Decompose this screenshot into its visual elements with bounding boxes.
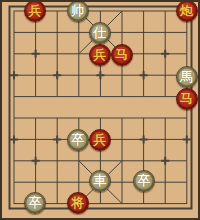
olive-pawn-piece[interactable]: 卒 [24, 192, 46, 214]
board-point-2-0 [46, 0, 67, 22]
board-point-3-1 [67, 22, 89, 44]
red-horse-piece[interactable]: 马 [111, 44, 133, 66]
board-point-3-0: 帅 [67, 0, 89, 22]
board-point-7-3 [155, 66, 176, 88]
board-point-7-2 [155, 44, 176, 66]
board-point-7-4 [155, 88, 176, 110]
board-point-6-0 [133, 0, 155, 22]
board-point-3-5 [67, 110, 89, 129]
red-horse-piece[interactable]: 马 [176, 88, 198, 110]
board-point-1-5 [24, 110, 46, 129]
board-point-8-6 [176, 129, 198, 151]
board-point-2-5 [46, 110, 67, 129]
board-point-8-8 [176, 170, 198, 192]
board-point-6-8: 卒 [133, 170, 155, 192]
board-point-1-4 [24, 88, 46, 110]
board-point-3-3 [67, 66, 89, 88]
board-point-6-1 [133, 22, 155, 44]
board-point-7-9 [155, 192, 176, 214]
board-point-1-6 [24, 129, 46, 151]
board-point-6-6 [133, 129, 155, 151]
board-point-1-8 [24, 170, 46, 192]
board-point-5-1 [111, 22, 133, 44]
board-point-3-8 [67, 170, 89, 192]
board-point-4-0 [89, 0, 111, 22]
olive-advisor-piece[interactable]: 仕 [89, 22, 111, 44]
board-grid: 兵帅炮仕兵马馬马卒兵車卒卒将 [3, 0, 197, 214]
board-point-8-0: 炮 [176, 0, 198, 22]
board-point-4-3 [89, 66, 111, 88]
board-point-5-3 [111, 66, 133, 88]
board-point-0-1 [3, 22, 24, 44]
board-point-6-3 [133, 66, 155, 88]
board-point-5-5 [111, 110, 133, 129]
board-point-0-0 [3, 0, 24, 22]
board-point-1-9: 卒 [24, 192, 46, 214]
red-general-piece[interactable]: 将 [67, 192, 89, 214]
olive-chariot-piece[interactable]: 車 [89, 170, 111, 192]
board-point-1-0: 兵 [24, 0, 46, 22]
board-point-5-4 [111, 88, 133, 110]
board-point-5-7 [111, 151, 133, 170]
board-point-5-6 [111, 129, 133, 151]
board-point-2-2 [46, 44, 67, 66]
board-point-4-9 [89, 192, 111, 214]
board-point-2-7 [46, 151, 67, 170]
board-point-1-2 [24, 44, 46, 66]
red-cannon-piece[interactable]: 炮 [176, 0, 198, 22]
board-point-2-8 [46, 170, 67, 192]
board-point-7-5 [155, 110, 176, 129]
board-point-0-2 [3, 44, 24, 66]
board-point-5-2: 马 [111, 44, 133, 66]
olive-horse-piece[interactable]: 馬 [176, 66, 198, 88]
board-point-1-1 [24, 22, 46, 44]
board-point-3-7 [67, 151, 89, 170]
board-point-5-0 [111, 0, 133, 22]
olive-pawn-piece[interactable]: 卒 [133, 170, 155, 192]
board-point-7-6 [155, 129, 176, 151]
board-point-2-4 [46, 88, 67, 110]
red-pawn-piece[interactable]: 兵 [24, 0, 46, 22]
board-point-6-2 [133, 44, 155, 66]
board-point-0-3 [3, 66, 24, 88]
board-point-0-7 [3, 151, 24, 170]
board-point-5-8 [111, 170, 133, 192]
board-point-0-8 [3, 170, 24, 192]
board-point-8-2 [176, 44, 198, 66]
board-point-3-2 [67, 44, 89, 66]
olive-pawn-piece[interactable]: 卒 [67, 129, 89, 151]
board-point-0-9 [3, 192, 24, 214]
board-point-2-3 [46, 66, 67, 88]
board-point-2-9 [46, 192, 67, 214]
board-point-7-7 [155, 151, 176, 170]
board-point-0-5 [3, 110, 24, 129]
board-point-3-9: 将 [67, 192, 89, 214]
board-point-8-9 [176, 192, 198, 214]
board-point-1-7 [24, 151, 46, 170]
board-point-4-8: 車 [89, 170, 111, 192]
board-point-8-7 [176, 151, 198, 170]
board-point-8-5 [176, 110, 198, 129]
board-point-4-2: 兵 [89, 44, 111, 66]
board-point-7-1 [155, 22, 176, 44]
board-point-7-0 [155, 0, 176, 22]
board-point-6-9 [133, 192, 155, 214]
red-pawn-piece[interactable]: 兵 [89, 44, 111, 66]
board-point-2-1 [46, 22, 67, 44]
board-point-3-4 [67, 88, 89, 110]
board-point-0-4 [3, 88, 24, 110]
board-point-8-1 [176, 22, 198, 44]
xiangqi-board: 兵帅炮仕兵马馬马卒兵車卒卒将 [0, 0, 200, 220]
board-point-8-3: 馬 [176, 66, 198, 88]
board-point-2-6 [46, 129, 67, 151]
red-pawn-piece[interactable]: 兵 [89, 129, 111, 151]
board-point-6-4 [133, 88, 155, 110]
board-point-0-6 [3, 129, 24, 151]
board-point-4-4 [89, 88, 111, 110]
board-point-8-4: 马 [176, 88, 198, 110]
board-point-4-6: 兵 [89, 129, 111, 151]
board-point-6-5 [133, 110, 155, 129]
board-point-1-3 [24, 66, 46, 88]
board-point-4-7 [89, 151, 111, 170]
board-point-7-8 [155, 170, 176, 192]
board-point-4-1: 仕 [89, 22, 111, 44]
board-point-4-5 [89, 110, 111, 129]
board-point-3-6: 卒 [67, 129, 89, 151]
board-point-5-9 [111, 192, 133, 214]
olive-general-piece[interactable]: 帅 [67, 0, 89, 22]
board-point-6-7 [133, 151, 155, 170]
